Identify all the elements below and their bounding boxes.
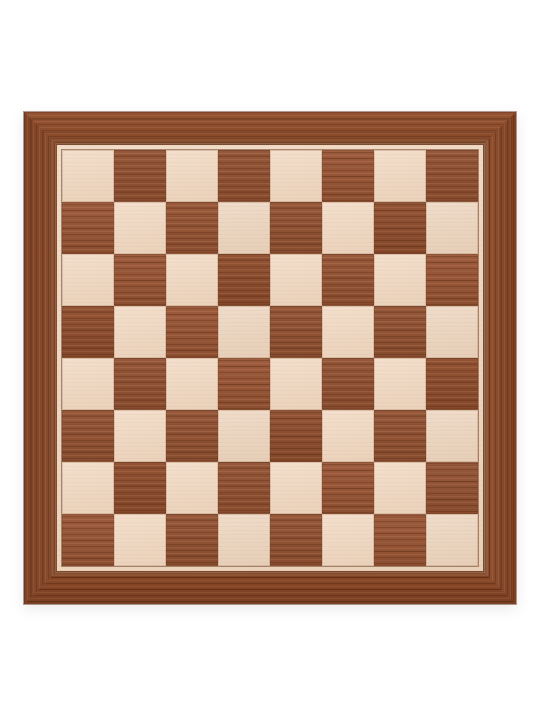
square-f2	[322, 462, 374, 514]
board-frame-bottom	[24, 571, 516, 604]
square-c8	[166, 150, 218, 202]
square-a4	[62, 358, 114, 410]
square-g8	[374, 150, 426, 202]
square-a2	[62, 462, 114, 514]
chessboard-grid	[62, 150, 478, 566]
square-h3	[426, 410, 478, 462]
square-c5	[166, 306, 218, 358]
square-e7	[270, 202, 322, 254]
square-f3	[322, 410, 374, 462]
square-a8	[62, 150, 114, 202]
square-b3	[114, 410, 166, 462]
square-f5	[322, 306, 374, 358]
square-d7	[218, 202, 270, 254]
square-f6	[322, 254, 374, 306]
square-c6	[166, 254, 218, 306]
square-d6	[218, 254, 270, 306]
square-d2	[218, 462, 270, 514]
square-g1	[374, 514, 426, 566]
square-e1	[270, 514, 322, 566]
square-a1	[62, 514, 114, 566]
square-c1	[166, 514, 218, 566]
square-c7	[166, 202, 218, 254]
square-f1	[322, 514, 374, 566]
square-c4	[166, 358, 218, 410]
square-e8	[270, 150, 322, 202]
square-a5	[62, 306, 114, 358]
square-b8	[114, 150, 166, 202]
square-c3	[166, 410, 218, 462]
square-b5	[114, 306, 166, 358]
square-d4	[218, 358, 270, 410]
square-f7	[322, 202, 374, 254]
square-b4	[114, 358, 166, 410]
square-d3	[218, 410, 270, 462]
square-h7	[426, 202, 478, 254]
square-d8	[218, 150, 270, 202]
square-e3	[270, 410, 322, 462]
board-frame-right	[483, 112, 516, 604]
square-g5	[374, 306, 426, 358]
board-frame-left	[24, 112, 57, 604]
square-f4	[322, 358, 374, 410]
square-d5	[218, 306, 270, 358]
square-e5	[270, 306, 322, 358]
square-e4	[270, 358, 322, 410]
square-b2	[114, 462, 166, 514]
square-b7	[114, 202, 166, 254]
product-photo-canvas	[0, 0, 540, 720]
square-e6	[270, 254, 322, 306]
square-a6	[62, 254, 114, 306]
square-a7	[62, 202, 114, 254]
square-c2	[166, 462, 218, 514]
square-h4	[426, 358, 478, 410]
square-h1	[426, 514, 478, 566]
square-h2	[426, 462, 478, 514]
square-g2	[374, 462, 426, 514]
square-g4	[374, 358, 426, 410]
square-h6	[426, 254, 478, 306]
square-a3	[62, 410, 114, 462]
square-b1	[114, 514, 166, 566]
square-b6	[114, 254, 166, 306]
square-d1	[218, 514, 270, 566]
square-g3	[374, 410, 426, 462]
chessboard	[24, 112, 516, 604]
square-f8	[322, 150, 374, 202]
square-g7	[374, 202, 426, 254]
square-g6	[374, 254, 426, 306]
square-h5	[426, 306, 478, 358]
board-frame-top	[24, 112, 516, 145]
square-h8	[426, 150, 478, 202]
square-e2	[270, 462, 322, 514]
